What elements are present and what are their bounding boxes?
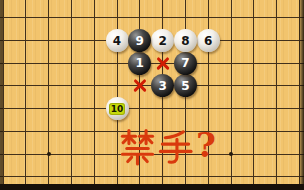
grid-line-vertical <box>94 0 95 190</box>
grid-line-vertical <box>299 0 300 190</box>
grid-line-vertical <box>3 0 4 190</box>
stone-white-8: 8 <box>174 29 197 52</box>
last-move-highlight-label: 10 <box>109 103 126 115</box>
star-point <box>47 152 51 156</box>
stone-number: 2 <box>158 35 166 47</box>
grid-line-vertical <box>276 0 277 190</box>
grid-line-horizontal <box>0 63 304 64</box>
grid-line-horizontal <box>0 17 304 18</box>
stone-white-6: 6 <box>197 29 220 52</box>
stone-black-3: 3 <box>151 74 174 97</box>
stone-white-10: 10 <box>106 97 129 120</box>
stone-number: 7 <box>181 57 189 69</box>
video-frame: 12345678910 ? <box>0 0 304 190</box>
stone-number: 9 <box>136 35 144 47</box>
question-mark: ? <box>196 127 216 164</box>
stone-number: 6 <box>204 35 212 47</box>
annotation-forbidden-question: ? <box>120 128 216 166</box>
stone-black-9: 9 <box>128 29 151 52</box>
stone-black-7: 7 <box>174 52 197 75</box>
stone-number: 4 <box>113 35 121 47</box>
stone-white-2: 2 <box>151 29 174 52</box>
stone-number: 5 <box>181 80 189 92</box>
grid-line-vertical <box>48 0 49 190</box>
stone-black-5: 5 <box>174 74 197 97</box>
stone-number: 3 <box>158 80 166 92</box>
grid-line-vertical <box>25 0 26 190</box>
forbidden-mark-icon <box>154 55 171 72</box>
stone-white-4: 4 <box>106 29 129 52</box>
grid-line-horizontal <box>0 108 304 109</box>
grid-line-horizontal <box>0 176 304 177</box>
grid-line-vertical <box>253 0 254 190</box>
forbidden-mark-icon <box>131 77 148 94</box>
stone-number: 8 <box>181 35 189 47</box>
hanzi-jin-glyph <box>120 128 155 166</box>
grid-line-vertical <box>231 0 232 190</box>
stone-number: 1 <box>136 57 144 69</box>
hanzi-shou-glyph <box>158 128 193 166</box>
stone-black-1: 1 <box>128 52 151 75</box>
grid-line-vertical <box>71 0 72 190</box>
star-point <box>229 152 233 156</box>
